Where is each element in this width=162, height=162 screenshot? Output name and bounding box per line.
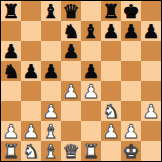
square-f6[interactable]	[101, 41, 121, 61]
square-c3[interactable]: ♟	[41, 101, 61, 121]
white-pawn[interactable]: ♟	[122, 121, 139, 141]
white-pawn[interactable]: ♟	[22, 121, 39, 141]
square-e4[interactable]: ♟	[81, 81, 101, 101]
square-c7[interactable]	[41, 21, 61, 41]
square-f8[interactable]: ♜	[101, 1, 121, 21]
chess-board-frame: ♜♝♛♜♚♞♝♟♟♟♟♟♞♟♟♟♟♟♟♞♟♟♟♝♟♟♜♞♝♛♜♚	[0, 0, 162, 162]
square-g1[interactable]: ♚	[121, 141, 141, 161]
square-g2[interactable]: ♟	[121, 121, 141, 141]
square-a3[interactable]	[1, 101, 21, 121]
black-pawn[interactable]: ♟	[2, 41, 19, 61]
square-b7[interactable]	[21, 21, 41, 41]
square-h5[interactable]	[141, 61, 161, 81]
square-e1[interactable]: ♜	[81, 141, 101, 161]
square-f5[interactable]	[101, 61, 121, 81]
square-f7[interactable]: ♟	[101, 21, 121, 41]
square-h6[interactable]	[141, 41, 161, 61]
square-d6[interactable]: ♟	[61, 41, 81, 61]
white-knight[interactable]: ♞	[22, 141, 39, 161]
square-g4[interactable]	[121, 81, 141, 101]
white-bishop[interactable]: ♝	[42, 121, 59, 141]
square-g8[interactable]: ♚	[121, 1, 141, 21]
square-d3[interactable]	[61, 101, 81, 121]
square-d2[interactable]	[61, 121, 81, 141]
square-a8[interactable]: ♜	[1, 1, 21, 21]
white-bishop[interactable]: ♝	[42, 141, 59, 161]
black-bishop[interactable]: ♝	[42, 1, 59, 21]
square-b6[interactable]	[21, 41, 41, 61]
square-d7[interactable]: ♞	[61, 21, 81, 41]
square-g3[interactable]	[121, 101, 141, 121]
black-pawn[interactable]: ♟	[82, 61, 99, 81]
square-g7[interactable]: ♟	[121, 21, 141, 41]
white-rook[interactable]: ♜	[82, 141, 99, 161]
square-e8[interactable]	[81, 1, 101, 21]
black-rook[interactable]: ♜	[2, 1, 19, 21]
square-e6[interactable]	[81, 41, 101, 61]
white-pawn[interactable]: ♟	[142, 101, 159, 121]
square-b1[interactable]: ♞	[21, 141, 41, 161]
white-rook[interactable]: ♜	[2, 141, 19, 161]
square-b5[interactable]: ♟	[21, 61, 41, 81]
square-c4[interactable]	[41, 81, 61, 101]
black-queen[interactable]: ♛	[62, 1, 79, 21]
black-pawn[interactable]: ♟	[122, 21, 139, 41]
square-e7[interactable]: ♝	[81, 21, 101, 41]
square-c5[interactable]: ♟	[41, 61, 61, 81]
square-e3[interactable]	[81, 101, 101, 121]
square-h2[interactable]	[141, 121, 161, 141]
square-h7[interactable]: ♟	[141, 21, 161, 41]
white-knight[interactable]: ♞	[102, 101, 119, 121]
black-pawn[interactable]: ♟	[22, 61, 39, 81]
black-pawn[interactable]: ♟	[142, 21, 159, 41]
square-d4[interactable]: ♟	[61, 81, 81, 101]
square-f3[interactable]: ♞	[101, 101, 121, 121]
square-e5[interactable]: ♟	[81, 61, 101, 81]
square-a5[interactable]: ♞	[1, 61, 21, 81]
square-a2[interactable]: ♟	[1, 121, 21, 141]
square-b3[interactable]	[21, 101, 41, 121]
black-pawn[interactable]: ♟	[42, 61, 59, 81]
square-f1[interactable]	[101, 141, 121, 161]
square-c1[interactable]: ♝	[41, 141, 61, 161]
square-h3[interactable]: ♟	[141, 101, 161, 121]
square-d5[interactable]	[61, 61, 81, 81]
white-pawn[interactable]: ♟	[102, 121, 119, 141]
square-c6[interactable]	[41, 41, 61, 61]
square-a4[interactable]	[1, 81, 21, 101]
black-king[interactable]: ♚	[122, 1, 139, 21]
square-a6[interactable]: ♟	[1, 41, 21, 61]
square-h1[interactable]	[141, 141, 161, 161]
square-h8[interactable]	[141, 1, 161, 21]
square-d1[interactable]: ♛	[61, 141, 81, 161]
white-queen[interactable]: ♛	[62, 141, 79, 161]
square-f2[interactable]: ♟	[101, 121, 121, 141]
square-h4[interactable]	[141, 81, 161, 101]
black-rook[interactable]: ♜	[102, 1, 119, 21]
square-e2[interactable]	[81, 121, 101, 141]
square-f4[interactable]	[101, 81, 121, 101]
white-pawn[interactable]: ♟	[62, 81, 79, 101]
square-d8[interactable]: ♛	[61, 1, 81, 21]
white-pawn[interactable]: ♟	[82, 81, 99, 101]
black-pawn[interactable]: ♟	[102, 21, 119, 41]
square-g5[interactable]	[121, 61, 141, 81]
black-knight[interactable]: ♞	[2, 61, 19, 81]
chess-board: ♜♝♛♜♚♞♝♟♟♟♟♟♞♟♟♟♟♟♟♞♟♟♟♝♟♟♜♞♝♛♜♚	[1, 1, 161, 161]
white-pawn[interactable]: ♟	[42, 101, 59, 121]
black-knight[interactable]: ♞	[62, 21, 79, 41]
square-c2[interactable]: ♝	[41, 121, 61, 141]
square-a7[interactable]	[1, 21, 21, 41]
black-bishop[interactable]: ♝	[82, 21, 99, 41]
square-g6[interactable]	[121, 41, 141, 61]
square-c8[interactable]: ♝	[41, 1, 61, 21]
white-pawn[interactable]: ♟	[2, 121, 19, 141]
square-b8[interactable]	[21, 1, 41, 21]
square-b4[interactable]	[21, 81, 41, 101]
square-b2[interactable]: ♟	[21, 121, 41, 141]
white-king[interactable]: ♚	[122, 141, 139, 161]
square-a1[interactable]: ♜	[1, 141, 21, 161]
black-pawn[interactable]: ♟	[62, 41, 79, 61]
